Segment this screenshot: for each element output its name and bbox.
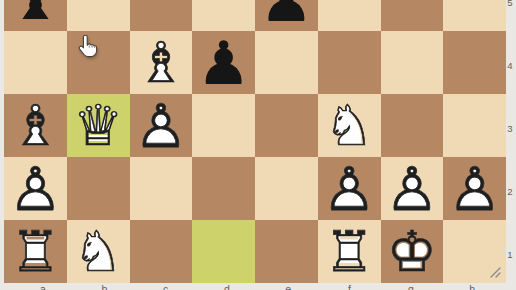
piece-glyph: ♟ bbox=[381, 157, 444, 220]
piece-outline-glyph: ♖ bbox=[318, 220, 381, 283]
square-b3[interactable]: ♛♕ bbox=[67, 94, 130, 157]
square-c2[interactable] bbox=[130, 157, 193, 220]
piece-glyph: ♝ bbox=[4, 0, 67, 31]
square-g2[interactable]: ♟♙ bbox=[381, 157, 444, 220]
white-queen[interactable]: ♛♕ bbox=[67, 94, 130, 157]
white-rook[interactable]: ♜♖ bbox=[4, 220, 67, 283]
rank-label-1: 1 bbox=[504, 248, 516, 262]
square-g4[interactable] bbox=[381, 31, 444, 94]
square-a3[interactable]: ♝♗ bbox=[4, 94, 67, 157]
piece-glyph: ♝ bbox=[4, 94, 67, 157]
file-label-d: d bbox=[217, 284, 237, 290]
chess-board-view: ♝♟♝♗♟♝♗♛♕♟♙♞♘♟♙♟♙♟♙♟♙♜♖♞♘♜♖♚♔ 54321 abcd… bbox=[0, 0, 516, 290]
square-f2[interactable]: ♟♙ bbox=[318, 157, 381, 220]
white-pawn[interactable]: ♟♙ bbox=[318, 157, 381, 220]
square-f3[interactable]: ♞♘ bbox=[318, 94, 381, 157]
square-h4[interactable] bbox=[443, 31, 506, 94]
black-pawn[interactable]: ♟ bbox=[192, 31, 255, 94]
square-e5[interactable]: ♟ bbox=[255, 0, 318, 31]
rank-label-2: 2 bbox=[504, 185, 516, 199]
square-g3[interactable] bbox=[381, 94, 444, 157]
square-c4[interactable]: ♝♗ bbox=[130, 31, 193, 94]
square-f1[interactable]: ♜♖ bbox=[318, 220, 381, 283]
piece-outline-glyph: ♗ bbox=[130, 31, 193, 94]
square-e1[interactable] bbox=[255, 220, 318, 283]
piece-glyph: ♝ bbox=[130, 31, 193, 94]
white-pawn[interactable]: ♟♙ bbox=[381, 157, 444, 220]
square-d5[interactable] bbox=[192, 0, 255, 31]
square-g5[interactable] bbox=[381, 0, 444, 31]
square-f5[interactable] bbox=[318, 0, 381, 31]
white-knight[interactable]: ♞♘ bbox=[67, 220, 130, 283]
square-h3[interactable] bbox=[443, 94, 506, 157]
square-a2[interactable]: ♟♙ bbox=[4, 157, 67, 220]
square-d4[interactable]: ♟ bbox=[192, 31, 255, 94]
file-label-e: e bbox=[278, 284, 298, 290]
square-b1[interactable]: ♞♘ bbox=[67, 220, 130, 283]
square-c5[interactable] bbox=[130, 0, 193, 31]
white-bishop[interactable]: ♝♗ bbox=[4, 94, 67, 157]
white-pawn[interactable]: ♟♙ bbox=[4, 157, 67, 220]
square-c3[interactable]: ♟♙ bbox=[130, 94, 193, 157]
piece-glyph: ♟ bbox=[318, 157, 381, 220]
square-e3[interactable] bbox=[255, 94, 318, 157]
square-b5[interactable] bbox=[67, 0, 130, 31]
square-d2[interactable] bbox=[192, 157, 255, 220]
file-label-h: h bbox=[462, 284, 482, 290]
white-knight[interactable]: ♞♘ bbox=[318, 94, 381, 157]
square-f4[interactable] bbox=[318, 31, 381, 94]
board-resize-handle[interactable] bbox=[487, 264, 503, 280]
file-label-a: a bbox=[33, 284, 53, 290]
square-c1[interactable] bbox=[130, 220, 193, 283]
piece-outline-glyph: ♖ bbox=[4, 220, 67, 283]
white-bishop[interactable]: ♝♗ bbox=[130, 31, 193, 94]
square-h2[interactable]: ♟♙ bbox=[443, 157, 506, 220]
white-rook[interactable]: ♜♖ bbox=[318, 220, 381, 283]
piece-glyph: ♟ bbox=[255, 0, 318, 31]
black-pawn[interactable]: ♟ bbox=[255, 0, 318, 31]
square-e2[interactable] bbox=[255, 157, 318, 220]
piece-glyph: ♛ bbox=[67, 94, 130, 157]
piece-outline-glyph: ♙ bbox=[381, 157, 444, 220]
square-a1[interactable]: ♜♖ bbox=[4, 220, 67, 283]
square-a5[interactable]: ♝ bbox=[4, 0, 67, 31]
piece-outline-glyph: ♘ bbox=[318, 94, 381, 157]
hand-cursor-icon bbox=[77, 34, 99, 60]
piece-outline-glyph: ♙ bbox=[130, 94, 193, 157]
white-pawn[interactable]: ♟♙ bbox=[130, 94, 193, 157]
square-a4[interactable] bbox=[4, 31, 67, 94]
piece-glyph: ♜ bbox=[4, 220, 67, 283]
piece-glyph: ♟ bbox=[443, 157, 506, 220]
piece-outline-glyph: ♕ bbox=[67, 94, 130, 157]
piece-outline-glyph: ♗ bbox=[4, 94, 67, 157]
square-d3[interactable] bbox=[192, 94, 255, 157]
piece-glyph: ♟ bbox=[130, 94, 193, 157]
piece-glyph: ♚ bbox=[381, 220, 444, 283]
file-label-b: b bbox=[94, 284, 114, 290]
piece-glyph: ♟ bbox=[4, 157, 67, 220]
piece-outline-glyph: ♙ bbox=[443, 157, 506, 220]
rank-label-3: 3 bbox=[504, 122, 516, 136]
piece-outline-glyph: ♔ bbox=[381, 220, 444, 283]
file-label-c: c bbox=[156, 284, 176, 290]
white-king[interactable]: ♚♔ bbox=[381, 220, 444, 283]
rank-label-5: 5 bbox=[504, 0, 516, 10]
piece-glyph: ♜ bbox=[318, 220, 381, 283]
rank-label-4: 4 bbox=[504, 59, 516, 73]
black-bishop[interactable]: ♝ bbox=[4, 0, 67, 31]
piece-glyph: ♟ bbox=[192, 31, 255, 94]
piece-glyph: ♞ bbox=[318, 94, 381, 157]
piece-glyph: ♞ bbox=[67, 220, 130, 283]
piece-outline-glyph: ♘ bbox=[67, 220, 130, 283]
square-e4[interactable] bbox=[255, 31, 318, 94]
file-label-g: g bbox=[401, 284, 421, 290]
file-label-f: f bbox=[340, 284, 360, 290]
square-h5[interactable] bbox=[443, 0, 506, 31]
piece-outline-glyph: ♙ bbox=[4, 157, 67, 220]
square-b2[interactable] bbox=[67, 157, 130, 220]
piece-outline-glyph: ♙ bbox=[318, 157, 381, 220]
white-pawn[interactable]: ♟♙ bbox=[443, 157, 506, 220]
square-g1[interactable]: ♚♔ bbox=[381, 220, 444, 283]
square-d1[interactable] bbox=[192, 220, 255, 283]
